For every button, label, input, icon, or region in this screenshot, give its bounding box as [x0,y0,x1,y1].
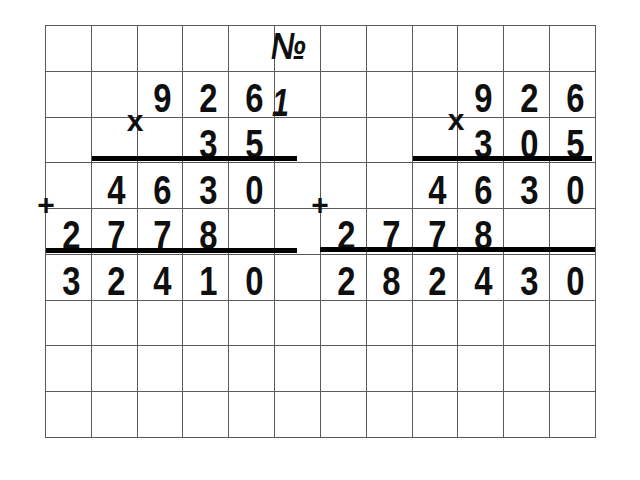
grid-cell [321,301,367,347]
numero-sign: № [271,27,306,65]
digit: 4 [108,170,126,211]
grid-cell [550,301,596,347]
grid-cell [367,392,413,438]
grid-cell [46,26,92,72]
digit: 2 [520,78,538,119]
grid-cell [275,301,321,347]
grid-cell [138,26,184,72]
grid-cell [458,392,504,438]
worksheet: 92692635305463046302778277832410282430 №… [0,0,640,480]
digit: 6 [153,170,171,211]
digit: 2 [337,261,355,302]
grid-cell [229,346,275,392]
digit: 3 [199,170,217,211]
grid-cell [183,392,229,438]
digit: 2 [199,78,217,119]
digit: 3 [62,261,80,302]
grid-cell [138,392,184,438]
grid-cell: 8 [367,255,413,301]
product-rule-left [92,156,297,161]
grid-cell [367,118,413,164]
grid-cell [413,301,459,347]
grid-cell [92,346,138,392]
grid-cell [229,392,275,438]
exercise-number: 1 [272,84,289,122]
grid-cell [183,301,229,347]
grid-cell [321,26,367,72]
grid-cell: 4 [413,163,459,209]
grid-cell: 4 [92,163,138,209]
grid-cell [229,301,275,347]
grid-cell [413,26,459,72]
grid-cell: 2 [321,255,367,301]
grid-cell [504,26,550,72]
grid-cell [550,346,596,392]
grid-cell [550,392,596,438]
grid-cell [367,163,413,209]
digit: 4 [474,261,492,302]
grid-cell: 1 [183,255,229,301]
digit: 4 [428,170,446,211]
grid-cell [46,118,92,164]
squared-paper-grid: 92692635305463046302778277832410282430 [45,25,596,438]
grid-cell [550,26,596,72]
grid-cell [321,392,367,438]
grid-cell: 6 [550,72,596,118]
grid-cell: 3 [183,163,229,209]
digit: 4 [153,261,171,302]
grid-cell [458,26,504,72]
digit: 1 [199,261,217,302]
digit: 3 [520,170,538,211]
grid-cell [504,392,550,438]
grid-cell [275,255,321,301]
grid-cell [321,118,367,164]
grid-cell [458,301,504,347]
product-rule-right [413,156,592,161]
digit: 6 [245,78,263,119]
digit: 0 [245,170,263,211]
sum-rule-right [320,247,595,252]
digit: 6 [474,170,492,211]
grid-cell: 6 [229,72,275,118]
grid-cell: 2 [183,72,229,118]
multiply-sign-right: x [448,105,465,135]
plus-sign-right: + [311,190,329,220]
grid-cell: 6 [138,163,184,209]
grid-cell: 0 [550,163,596,209]
grid-cell [367,72,413,118]
grid-cell [367,301,413,347]
grid-cell: 9 [138,72,184,118]
digit: 9 [153,78,171,119]
digit: 0 [566,261,584,302]
grid-cell [504,346,550,392]
grid-cell [321,346,367,392]
grid-cell: 4 [138,255,184,301]
grid-cell [229,26,275,72]
grid-cell [458,346,504,392]
grid-cell [504,301,550,347]
grid-cell [367,26,413,72]
grid-cell: 2 [92,255,138,301]
grid-cell [46,301,92,347]
grid-cell [92,26,138,72]
grid-cell: 4 [458,255,504,301]
grid-cell: 9 [458,72,504,118]
digit: 2 [108,261,126,302]
grid-cell [367,346,413,392]
sum-rule-left [46,248,297,253]
digit: 9 [474,78,492,119]
grid-cell: 2 [504,72,550,118]
digit: 3 [520,261,538,302]
digit: 2 [428,261,446,302]
grid-cell: 0 [229,255,275,301]
grid-cell [138,346,184,392]
grid-cell: 0 [229,163,275,209]
grid-cell: 3 [504,255,550,301]
digit: 0 [245,261,263,302]
grid-cell [275,346,321,392]
grid-cell [46,72,92,118]
grid-cell [275,392,321,438]
grid-cell [138,301,184,347]
multiply-sign-left: x [127,106,144,136]
grid-cell [183,346,229,392]
grid-cell [92,301,138,347]
grid-cell: 3 [504,163,550,209]
grid-cell [321,72,367,118]
grid-cell: 2 [413,255,459,301]
grid-cell: 6 [458,163,504,209]
grid-cell [413,346,459,392]
digit: 6 [566,78,584,119]
digit: 0 [566,170,584,211]
grid-cell: 3 [46,255,92,301]
plus-sign-left: + [37,190,55,220]
grid-cell [183,26,229,72]
grid-cell: 0 [550,255,596,301]
grid-cell [92,392,138,438]
grid-cell [413,392,459,438]
grid-cell [46,346,92,392]
grid-cell [46,392,92,438]
digit: 8 [383,261,401,302]
